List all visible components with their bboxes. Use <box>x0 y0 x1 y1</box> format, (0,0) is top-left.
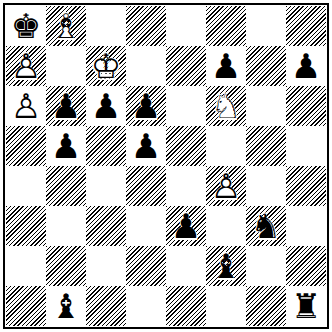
square-f7[interactable]: ♟♟ <box>206 46 246 86</box>
square-f4[interactable]: ♟♙ <box>206 166 246 206</box>
board-frame: ♚♚♝♗♟♙♚♔♟♟♟♟♟♙♟♟♟♟♟♟♞♘♟♟♟♟♟♙♟♟♞♞♝♝♝♝♜♜ <box>3 3 329 329</box>
square-f3[interactable] <box>206 206 246 246</box>
square-d3[interactable] <box>126 206 166 246</box>
square-b2[interactable] <box>46 246 86 286</box>
black-pawn: ♟ <box>206 46 246 86</box>
black-pawn: ♟ <box>126 126 166 166</box>
black-king: ♚ <box>6 6 46 46</box>
square-b1[interactable]: ♝♝ <box>46 286 86 326</box>
square-g6[interactable] <box>246 86 286 126</box>
square-f1[interactable] <box>206 286 246 326</box>
square-g8[interactable] <box>246 6 286 46</box>
piece-halo: ♟ <box>46 126 86 166</box>
square-h7[interactable]: ♟♟ <box>286 46 326 86</box>
square-b8[interactable]: ♝♗ <box>46 6 86 46</box>
square-e2[interactable] <box>166 246 206 286</box>
square-a7[interactable]: ♟♙ <box>6 46 46 86</box>
square-d7[interactable] <box>126 46 166 86</box>
square-h4[interactable] <box>286 166 326 206</box>
black-pawn: ♟ <box>46 126 86 166</box>
black-pawn: ♟ <box>286 46 326 86</box>
square-b6[interactable]: ♟♟ <box>46 86 86 126</box>
square-f2[interactable]: ♝♝ <box>206 246 246 286</box>
square-a4[interactable] <box>6 166 46 206</box>
square-b7[interactable] <box>46 46 86 86</box>
square-e1[interactable] <box>166 286 206 326</box>
square-e6[interactable] <box>166 86 206 126</box>
piece-halo: ♟ <box>126 86 166 126</box>
white-knight: ♘ <box>206 86 246 126</box>
white-king: ♔ <box>86 46 126 86</box>
piece-halo: ♟ <box>126 126 166 166</box>
square-h2[interactable] <box>286 246 326 286</box>
piece-halo: ♞ <box>246 206 286 246</box>
black-pawn: ♟ <box>126 86 166 126</box>
piece-halo: ♟ <box>206 166 246 206</box>
piece-halo: ♟ <box>286 46 326 86</box>
piece-halo: ♚ <box>86 46 126 86</box>
black-knight: ♞ <box>246 206 286 246</box>
white-pawn: ♙ <box>6 86 46 126</box>
black-rook: ♜ <box>286 286 326 326</box>
square-f5[interactable] <box>206 126 246 166</box>
square-d6[interactable]: ♟♟ <box>126 86 166 126</box>
square-e5[interactable] <box>166 126 206 166</box>
square-c1[interactable] <box>86 286 126 326</box>
square-g3[interactable]: ♞♞ <box>246 206 286 246</box>
piece-halo: ♜ <box>286 286 326 326</box>
square-g2[interactable] <box>246 246 286 286</box>
square-d1[interactable] <box>126 286 166 326</box>
black-pawn: ♟ <box>86 86 126 126</box>
piece-halo: ♝ <box>46 286 86 326</box>
square-e8[interactable] <box>166 6 206 46</box>
square-c6[interactable]: ♟♟ <box>86 86 126 126</box>
piece-halo: ♟ <box>206 46 246 86</box>
square-e7[interactable] <box>166 46 206 86</box>
square-c3[interactable] <box>86 206 126 246</box>
square-f6[interactable]: ♞♘ <box>206 86 246 126</box>
white-bishop: ♗ <box>46 6 86 46</box>
piece-halo: ♟ <box>6 86 46 126</box>
piece-halo: ♟ <box>86 86 126 126</box>
square-g7[interactable] <box>246 46 286 86</box>
square-g5[interactable] <box>246 126 286 166</box>
square-f8[interactable] <box>206 6 246 46</box>
square-g1[interactable] <box>246 286 286 326</box>
square-d8[interactable] <box>126 6 166 46</box>
piece-halo: ♟ <box>46 86 86 126</box>
piece-halo: ♚ <box>6 6 46 46</box>
black-pawn: ♟ <box>46 86 86 126</box>
square-a8[interactable]: ♚♚ <box>6 6 46 46</box>
black-pawn: ♟ <box>166 206 206 246</box>
square-d4[interactable] <box>126 166 166 206</box>
square-a3[interactable] <box>6 206 46 246</box>
white-pawn: ♙ <box>206 166 246 206</box>
square-h3[interactable] <box>286 206 326 246</box>
square-e3[interactable]: ♟♟ <box>166 206 206 246</box>
black-bishop: ♝ <box>46 286 86 326</box>
square-c4[interactable] <box>86 166 126 206</box>
square-g4[interactable] <box>246 166 286 206</box>
square-c8[interactable] <box>86 6 126 46</box>
square-b5[interactable]: ♟♟ <box>46 126 86 166</box>
square-d2[interactable] <box>126 246 166 286</box>
square-h1[interactable]: ♜♜ <box>286 286 326 326</box>
square-a6[interactable]: ♟♙ <box>6 86 46 126</box>
square-c7[interactable]: ♚♔ <box>86 46 126 86</box>
white-pawn: ♙ <box>6 46 46 86</box>
square-b4[interactable] <box>46 166 86 206</box>
square-a1[interactable] <box>6 286 46 326</box>
chess-board: ♚♚♝♗♟♙♚♔♟♟♟♟♟♙♟♟♟♟♟♟♞♘♟♟♟♟♟♙♟♟♞♞♝♝♝♝♜♜ <box>6 6 326 326</box>
square-b3[interactable] <box>46 206 86 246</box>
square-h6[interactable] <box>286 86 326 126</box>
piece-halo: ♞ <box>206 86 246 126</box>
piece-halo: ♝ <box>46 6 86 46</box>
piece-halo: ♟ <box>6 46 46 86</box>
square-h5[interactable] <box>286 126 326 166</box>
square-h8[interactable] <box>286 6 326 46</box>
piece-halo: ♟ <box>166 206 206 246</box>
square-c5[interactable] <box>86 126 126 166</box>
black-bishop: ♝ <box>206 246 246 286</box>
square-d5[interactable]: ♟♟ <box>126 126 166 166</box>
square-a2[interactable] <box>6 246 46 286</box>
square-a5[interactable] <box>6 126 46 166</box>
square-e4[interactable] <box>166 166 206 206</box>
piece-halo: ♝ <box>206 246 246 286</box>
square-c2[interactable] <box>86 246 126 286</box>
